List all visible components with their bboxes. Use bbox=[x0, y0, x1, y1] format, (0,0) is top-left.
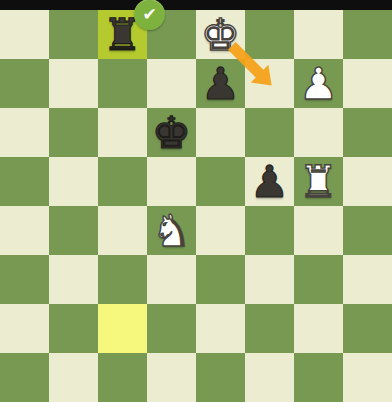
square-g7[interactable]: ♟ bbox=[294, 59, 343, 108]
top-bar bbox=[0, 0, 392, 10]
square-e2[interactable] bbox=[196, 304, 245, 353]
square-a4[interactable] bbox=[0, 206, 49, 255]
square-e6[interactable] bbox=[196, 108, 245, 157]
square-b7[interactable] bbox=[49, 59, 98, 108]
square-a7[interactable] bbox=[0, 59, 49, 108]
square-e7[interactable]: ♟ bbox=[196, 59, 245, 108]
square-g8[interactable] bbox=[294, 10, 343, 59]
black-king[interactable]: ♚ bbox=[147, 108, 196, 157]
square-d2[interactable] bbox=[147, 304, 196, 353]
square-e4[interactable] bbox=[196, 206, 245, 255]
square-a2[interactable] bbox=[0, 304, 49, 353]
square-g3[interactable] bbox=[294, 255, 343, 304]
square-h8[interactable] bbox=[343, 10, 392, 59]
white-pawn[interactable]: ♟ bbox=[294, 59, 343, 108]
square-f8[interactable] bbox=[245, 10, 294, 59]
square-b4[interactable] bbox=[49, 206, 98, 255]
black-pawn[interactable]: ♟ bbox=[245, 157, 294, 206]
square-a1[interactable] bbox=[0, 353, 49, 402]
square-d7[interactable] bbox=[147, 59, 196, 108]
square-a8[interactable] bbox=[0, 10, 49, 59]
square-h3[interactable] bbox=[343, 255, 392, 304]
square-h6[interactable] bbox=[343, 108, 392, 157]
white-rook[interactable]: ♜ bbox=[294, 157, 343, 206]
square-f5[interactable]: ♟ bbox=[245, 157, 294, 206]
square-d5[interactable] bbox=[147, 157, 196, 206]
square-d3[interactable] bbox=[147, 255, 196, 304]
correct-move-badge: ✔ bbox=[134, 0, 165, 30]
square-a3[interactable] bbox=[0, 255, 49, 304]
square-b2[interactable] bbox=[49, 304, 98, 353]
square-g4[interactable] bbox=[294, 206, 343, 255]
square-f4[interactable] bbox=[245, 206, 294, 255]
chess-app-window: ♜♚♟♟♚♟♜♞ ✔ bbox=[0, 0, 392, 402]
square-c7[interactable] bbox=[98, 59, 147, 108]
square-h1[interactable] bbox=[343, 353, 392, 402]
square-e5[interactable] bbox=[196, 157, 245, 206]
black-pawn[interactable]: ♟ bbox=[196, 59, 245, 108]
chess-board[interactable]: ♜♚♟♟♚♟♜♞ bbox=[0, 10, 392, 402]
square-d1[interactable] bbox=[147, 353, 196, 402]
square-f1[interactable] bbox=[245, 353, 294, 402]
square-h5[interactable] bbox=[343, 157, 392, 206]
square-h2[interactable] bbox=[343, 304, 392, 353]
square-b1[interactable] bbox=[49, 353, 98, 402]
square-e8[interactable]: ♚ bbox=[196, 10, 245, 59]
square-a5[interactable] bbox=[0, 157, 49, 206]
square-d6[interactable]: ♚ bbox=[147, 108, 196, 157]
checkmark-icon: ✔ bbox=[142, 6, 156, 23]
square-f3[interactable] bbox=[245, 255, 294, 304]
square-c3[interactable] bbox=[98, 255, 147, 304]
square-e1[interactable] bbox=[196, 353, 245, 402]
square-b6[interactable] bbox=[49, 108, 98, 157]
square-h7[interactable] bbox=[343, 59, 392, 108]
square-b3[interactable] bbox=[49, 255, 98, 304]
square-f2[interactable] bbox=[245, 304, 294, 353]
square-g2[interactable] bbox=[294, 304, 343, 353]
square-c5[interactable] bbox=[98, 157, 147, 206]
square-g6[interactable] bbox=[294, 108, 343, 157]
square-e3[interactable] bbox=[196, 255, 245, 304]
square-c1[interactable] bbox=[98, 353, 147, 402]
square-d4[interactable]: ♞ bbox=[147, 206, 196, 255]
square-g1[interactable] bbox=[294, 353, 343, 402]
square-g5[interactable]: ♜ bbox=[294, 157, 343, 206]
white-king[interactable]: ♚ bbox=[196, 10, 245, 59]
square-h4[interactable] bbox=[343, 206, 392, 255]
square-c6[interactable] bbox=[98, 108, 147, 157]
square-a6[interactable] bbox=[0, 108, 49, 157]
square-c4[interactable] bbox=[98, 206, 147, 255]
square-b5[interactable] bbox=[49, 157, 98, 206]
square-f6[interactable] bbox=[245, 108, 294, 157]
square-b8[interactable] bbox=[49, 10, 98, 59]
white-knight[interactable]: ♞ bbox=[147, 206, 196, 255]
square-c2[interactable] bbox=[98, 304, 147, 353]
square-f7[interactable] bbox=[245, 59, 294, 108]
